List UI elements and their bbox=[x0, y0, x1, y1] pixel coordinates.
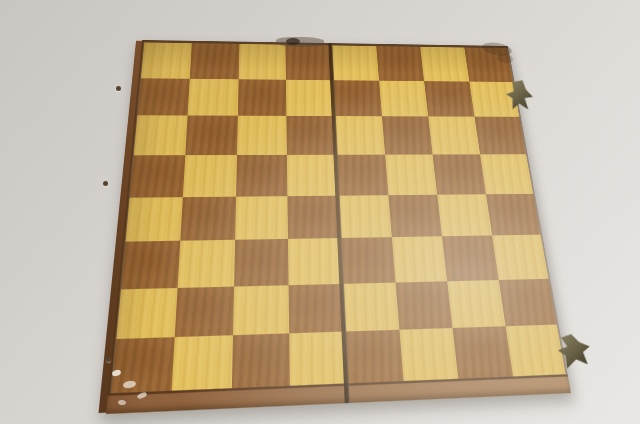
square-c6[interactable] bbox=[237, 116, 287, 155]
square-e1[interactable] bbox=[345, 330, 404, 383]
square-f2[interactable] bbox=[395, 281, 452, 330]
square-g3[interactable] bbox=[442, 236, 498, 281]
square-c1[interactable] bbox=[232, 334, 290, 388]
square-d7[interactable] bbox=[286, 79, 335, 116]
square-e8[interactable] bbox=[331, 45, 379, 80]
photo-scene bbox=[0, 0, 640, 424]
left-edge-pin bbox=[116, 86, 121, 91]
square-f3[interactable] bbox=[392, 236, 448, 282]
square-e6[interactable] bbox=[335, 116, 385, 154]
square-a3[interactable] bbox=[121, 241, 181, 289]
square-f6[interactable] bbox=[382, 116, 433, 154]
square-b1[interactable] bbox=[172, 336, 233, 391]
square-g7[interactable] bbox=[424, 81, 474, 117]
square-a6[interactable] bbox=[134, 116, 188, 156]
square-g6[interactable] bbox=[428, 117, 479, 155]
square-c4[interactable] bbox=[235, 196, 288, 240]
square-e4[interactable] bbox=[338, 195, 391, 238]
square-c8[interactable] bbox=[238, 44, 286, 80]
square-c7[interactable] bbox=[238, 79, 287, 116]
square-e7[interactable] bbox=[333, 80, 382, 117]
square-b7[interactable] bbox=[188, 78, 239, 115]
square-d2[interactable] bbox=[289, 284, 345, 334]
square-h7[interactable] bbox=[469, 81, 519, 117]
square-h2[interactable] bbox=[498, 279, 556, 327]
square-a5[interactable] bbox=[130, 155, 186, 197]
square-e2[interactable] bbox=[343, 282, 400, 332]
square-g8[interactable] bbox=[420, 47, 469, 81]
square-e5[interactable] bbox=[336, 155, 388, 196]
square-h5[interactable] bbox=[480, 154, 533, 194]
square-h3[interactable] bbox=[492, 235, 549, 280]
square-c5[interactable] bbox=[236, 155, 288, 196]
square-d1[interactable] bbox=[289, 332, 347, 386]
square-d5[interactable] bbox=[287, 155, 338, 196]
square-f5[interactable] bbox=[385, 154, 437, 194]
square-c3[interactable] bbox=[234, 239, 289, 286]
square-h4[interactable] bbox=[486, 193, 541, 235]
square-a7[interactable] bbox=[137, 78, 190, 116]
square-e3[interactable] bbox=[340, 237, 395, 283]
chessboard bbox=[106, 40, 571, 414]
square-f4[interactable] bbox=[388, 194, 442, 237]
left-edge-pin bbox=[106, 357, 111, 362]
square-g2[interactable] bbox=[447, 280, 505, 329]
square-b5[interactable] bbox=[183, 155, 237, 197]
square-f7[interactable] bbox=[379, 80, 428, 116]
square-a8[interactable] bbox=[141, 42, 192, 78]
square-b2[interactable] bbox=[175, 286, 234, 337]
square-g5[interactable] bbox=[433, 154, 486, 194]
square-a1[interactable] bbox=[111, 338, 175, 394]
square-h1[interactable] bbox=[505, 325, 565, 377]
square-b6[interactable] bbox=[186, 116, 238, 155]
square-c2[interactable] bbox=[233, 285, 290, 336]
square-d6[interactable] bbox=[287, 116, 337, 155]
square-g4[interactable] bbox=[437, 194, 491, 237]
square-a2[interactable] bbox=[116, 288, 178, 340]
square-d3[interactable] bbox=[288, 238, 342, 285]
square-f8[interactable] bbox=[376, 46, 424, 81]
square-g1[interactable] bbox=[453, 327, 513, 379]
square-h8[interactable] bbox=[464, 48, 513, 82]
square-b4[interactable] bbox=[181, 196, 236, 241]
square-a4[interactable] bbox=[125, 197, 183, 242]
square-f1[interactable] bbox=[399, 328, 458, 381]
square-b8[interactable] bbox=[190, 43, 239, 79]
square-d8[interactable] bbox=[286, 45, 333, 80]
square-d4[interactable] bbox=[288, 195, 341, 239]
square-h6[interactable] bbox=[474, 117, 526, 154]
square-b3[interactable] bbox=[178, 240, 235, 288]
left-edge-pin bbox=[103, 181, 108, 186]
